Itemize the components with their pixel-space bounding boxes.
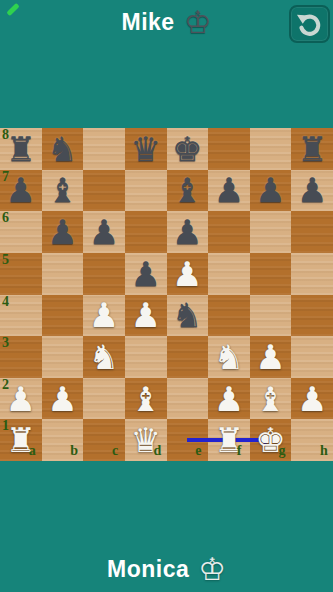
square-g8[interactable] bbox=[250, 128, 292, 170]
square-e6[interactable]: ♟ bbox=[167, 211, 209, 253]
square-c5[interactable] bbox=[83, 253, 125, 295]
square-f5[interactable] bbox=[208, 253, 250, 295]
square-h2[interactable]: ♟ bbox=[291, 378, 333, 420]
black-knight[interactable]: ♞ bbox=[47, 132, 77, 166]
square-g6[interactable] bbox=[250, 211, 292, 253]
square-a1[interactable]: ♜ bbox=[0, 419, 42, 461]
player-bottom-name: Monica bbox=[107, 556, 189, 583]
square-b6[interactable]: ♟ bbox=[42, 211, 84, 253]
square-a6[interactable] bbox=[0, 211, 42, 253]
square-g7[interactable]: ♟ bbox=[250, 170, 292, 212]
black-crown-icon: ♔ bbox=[184, 7, 212, 38]
square-f2[interactable]: ♟ bbox=[208, 378, 250, 420]
black-pawn[interactable]: ♟ bbox=[214, 173, 244, 207]
white-bishop[interactable]: ♝ bbox=[130, 382, 160, 416]
player-top-bar: Mike ♔ bbox=[0, 2, 333, 42]
square-b8[interactable]: ♞ bbox=[42, 128, 84, 170]
square-g5[interactable] bbox=[250, 253, 292, 295]
square-g4[interactable] bbox=[250, 295, 292, 337]
square-b1[interactable] bbox=[42, 419, 84, 461]
square-c1[interactable] bbox=[83, 419, 125, 461]
player-top-name: Mike bbox=[122, 9, 175, 36]
white-bishop[interactable]: ♝ bbox=[255, 382, 285, 416]
white-king[interactable]: ♚ bbox=[255, 423, 285, 457]
white-pawn[interactable]: ♟ bbox=[6, 382, 36, 416]
square-h3[interactable] bbox=[291, 336, 333, 378]
square-c7[interactable] bbox=[83, 170, 125, 212]
white-pawn[interactable]: ♟ bbox=[214, 382, 244, 416]
square-f8[interactable] bbox=[208, 128, 250, 170]
square-e7[interactable]: ♝ bbox=[167, 170, 209, 212]
black-pawn[interactable]: ♟ bbox=[172, 215, 202, 249]
square-d2[interactable]: ♝ bbox=[125, 378, 167, 420]
square-f6[interactable] bbox=[208, 211, 250, 253]
square-h5[interactable] bbox=[291, 253, 333, 295]
white-rook[interactable]: ♜ bbox=[214, 423, 244, 457]
chess-board: ♜♞♛♚♜♟♝♝♟♟♟♟♟♟♟♟♟♟♞♞♞♟♟♟♝♟♝♟♜♛♜♚87654321… bbox=[0, 128, 333, 461]
black-bishop[interactable]: ♝ bbox=[172, 173, 202, 207]
square-c2[interactable] bbox=[83, 378, 125, 420]
black-queen[interactable]: ♛ bbox=[130, 132, 160, 166]
square-c4[interactable]: ♟ bbox=[83, 295, 125, 337]
square-g3[interactable]: ♟ bbox=[250, 336, 292, 378]
square-g2[interactable]: ♝ bbox=[250, 378, 292, 420]
square-d8[interactable]: ♛ bbox=[125, 128, 167, 170]
black-king[interactable]: ♚ bbox=[172, 132, 202, 166]
square-e8[interactable]: ♚ bbox=[167, 128, 209, 170]
white-queen[interactable]: ♛ bbox=[130, 423, 160, 457]
undo-button[interactable] bbox=[289, 5, 330, 43]
square-f1[interactable]: ♜ bbox=[208, 419, 250, 461]
square-b3[interactable] bbox=[42, 336, 84, 378]
black-pawn[interactable]: ♟ bbox=[297, 173, 327, 207]
square-h6[interactable] bbox=[291, 211, 333, 253]
white-knight[interactable]: ♞ bbox=[214, 340, 244, 374]
square-d3[interactable] bbox=[125, 336, 167, 378]
square-b2[interactable]: ♟ bbox=[42, 378, 84, 420]
black-pawn[interactable]: ♟ bbox=[6, 173, 36, 207]
black-pawn[interactable]: ♟ bbox=[89, 215, 119, 249]
black-pawn[interactable]: ♟ bbox=[130, 257, 160, 291]
white-pawn[interactable]: ♟ bbox=[255, 340, 285, 374]
square-e5[interactable]: ♟ bbox=[167, 253, 209, 295]
white-crown-icon: ♔ bbox=[198, 554, 226, 585]
black-bishop[interactable]: ♝ bbox=[47, 173, 77, 207]
square-f3[interactable]: ♞ bbox=[208, 336, 250, 378]
app-screen: Mike ♔ ♜♞♛♚♜♟♝♝♟♟♟♟♟♟♟♟♟♟♞♞♞♟♟♟♝♟♝♟♜♛♜♚8… bbox=[0, 0, 333, 592]
player-bottom-bar: Monica ♔ bbox=[0, 550, 333, 588]
square-h7[interactable]: ♟ bbox=[291, 170, 333, 212]
undo-icon bbox=[294, 10, 326, 39]
square-h1[interactable] bbox=[291, 419, 333, 461]
white-knight[interactable]: ♞ bbox=[89, 340, 119, 374]
square-e2[interactable] bbox=[167, 378, 209, 420]
white-pawn[interactable]: ♟ bbox=[47, 382, 77, 416]
square-a7[interactable]: ♟ bbox=[0, 170, 42, 212]
square-d5[interactable]: ♟ bbox=[125, 253, 167, 295]
black-rook[interactable]: ♜ bbox=[6, 132, 36, 166]
black-rook[interactable]: ♜ bbox=[297, 132, 327, 166]
white-pawn[interactable]: ♟ bbox=[172, 257, 202, 291]
square-g1[interactable]: ♚ bbox=[250, 419, 292, 461]
square-c3[interactable]: ♞ bbox=[83, 336, 125, 378]
square-d1[interactable]: ♛ bbox=[125, 419, 167, 461]
square-f4[interactable] bbox=[208, 295, 250, 337]
square-a2[interactable]: ♟ bbox=[0, 378, 42, 420]
black-pawn[interactable]: ♟ bbox=[255, 173, 285, 207]
square-b7[interactable]: ♝ bbox=[42, 170, 84, 212]
white-pawn[interactable]: ♟ bbox=[130, 298, 160, 332]
square-c6[interactable]: ♟ bbox=[83, 211, 125, 253]
square-a4[interactable] bbox=[0, 295, 42, 337]
square-b5[interactable] bbox=[42, 253, 84, 295]
white-rook[interactable]: ♜ bbox=[6, 423, 36, 457]
square-e3[interactable] bbox=[167, 336, 209, 378]
square-d4[interactable]: ♟ bbox=[125, 295, 167, 337]
black-knight[interactable]: ♞ bbox=[172, 298, 202, 332]
square-e4[interactable]: ♞ bbox=[167, 295, 209, 337]
square-a8[interactable]: ♜ bbox=[0, 128, 42, 170]
square-a5[interactable] bbox=[0, 253, 42, 295]
square-d6[interactable] bbox=[125, 211, 167, 253]
white-pawn[interactable]: ♟ bbox=[89, 298, 119, 332]
square-a3[interactable] bbox=[0, 336, 42, 378]
square-h4[interactable] bbox=[291, 295, 333, 337]
black-pawn[interactable]: ♟ bbox=[47, 215, 77, 249]
square-d7[interactable] bbox=[125, 170, 167, 212]
white-pawn[interactable]: ♟ bbox=[297, 382, 327, 416]
square-f7[interactable]: ♟ bbox=[208, 170, 250, 212]
square-h8[interactable]: ♜ bbox=[291, 128, 333, 170]
square-c8[interactable] bbox=[83, 128, 125, 170]
square-b4[interactable] bbox=[42, 295, 84, 337]
